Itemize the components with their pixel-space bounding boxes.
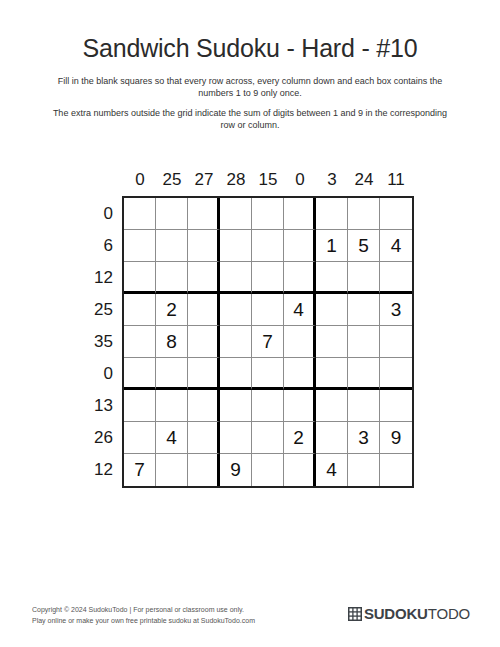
cell-r6-c6[interactable] xyxy=(284,358,316,390)
cell-r8-c7[interactable] xyxy=(316,422,348,454)
column-clue-c6: 0 xyxy=(284,169,316,190)
cell-r3-c4[interactable] xyxy=(220,262,252,294)
cell-r8-c5[interactable] xyxy=(252,422,284,454)
cell-r1-c9[interactable] xyxy=(380,198,412,230)
row-clue-r2: 6 xyxy=(90,230,122,262)
cell-r6-c7[interactable] xyxy=(316,358,348,390)
footer-copyright: Copyright © 2024 SudokuTodo | For person… xyxy=(32,605,255,616)
cell-r7-c6[interactable] xyxy=(284,390,316,422)
cell-r9-c6[interactable] xyxy=(284,454,316,486)
cell-r2-c5[interactable] xyxy=(252,230,284,262)
column-clue-c2: 25 xyxy=(156,169,188,190)
column-clue-c8: 24 xyxy=(348,169,380,190)
cell-r8-c8[interactable]: 3 xyxy=(348,422,380,454)
cell-r1-c4[interactable] xyxy=(220,198,252,230)
cell-r4-c3[interactable] xyxy=(188,294,220,326)
cell-r7-c3[interactable] xyxy=(188,390,220,422)
footer-play-online: Play online or make your own free printa… xyxy=(32,616,255,627)
cell-r5-c6[interactable] xyxy=(284,326,316,358)
cell-r5-c3[interactable] xyxy=(188,326,220,358)
cell-r7-c2[interactable] xyxy=(156,390,188,422)
instructions-line-1: Fill in the blank squares so that every … xyxy=(50,76,450,99)
cell-r6-c4[interactable] xyxy=(220,358,252,390)
cell-r7-c5[interactable] xyxy=(252,390,284,422)
column-clue-c1: 0 xyxy=(124,169,156,190)
cell-r9-c2[interactable] xyxy=(156,454,188,486)
cell-r9-c5[interactable] xyxy=(252,454,284,486)
cell-r9-c3[interactable] xyxy=(188,454,220,486)
cell-r5-c5[interactable]: 7 xyxy=(252,326,284,358)
page: Sandwich Sudoku - Hard - #10 Fill in the… xyxy=(0,0,500,647)
cell-r4-c1[interactable] xyxy=(124,294,156,326)
cell-r3-c7[interactable] xyxy=(316,262,348,294)
cell-r5-c4[interactable] xyxy=(220,326,252,358)
cell-r5-c8[interactable] xyxy=(348,326,380,358)
cell-r8-c3[interactable] xyxy=(188,422,220,454)
cell-r8-c4[interactable] xyxy=(220,422,252,454)
cell-r3-c6[interactable] xyxy=(284,262,316,294)
cell-r4-c2[interactable]: 2 xyxy=(156,294,188,326)
column-clue-c3: 27 xyxy=(188,169,220,190)
cell-r4-c6[interactable]: 4 xyxy=(284,294,316,326)
cell-r7-c4[interactable] xyxy=(220,390,252,422)
row-clue-r4: 25 xyxy=(90,294,122,326)
row-clue-r6: 0 xyxy=(90,358,122,390)
cell-r6-c8[interactable] xyxy=(348,358,380,390)
cell-r6-c9[interactable] xyxy=(380,358,412,390)
column-clue-c5: 15 xyxy=(252,169,284,190)
cell-r8-c9[interactable]: 9 xyxy=(380,422,412,454)
cell-r1-c7[interactable] xyxy=(316,198,348,230)
sudokutodo-logo: SUDOKU TODO xyxy=(348,605,470,622)
sudoku-grid: 154243874239794 xyxy=(122,196,414,488)
puzzle-title: Sandwich Sudoku - Hard - #10 xyxy=(0,34,500,63)
cell-r3-c3[interactable] xyxy=(188,262,220,294)
cell-r4-c4[interactable] xyxy=(220,294,252,326)
logo-text-sudoku: SUDOKU xyxy=(364,605,428,622)
cell-r4-c9[interactable]: 3 xyxy=(380,294,412,326)
cell-r4-c8[interactable] xyxy=(348,294,380,326)
instructions-line-2: The extra numbers outside the grid indic… xyxy=(50,108,450,131)
logo-text-todo: TODO xyxy=(428,605,470,622)
cell-r9-c4[interactable]: 9 xyxy=(220,454,252,486)
row-clues: 061225350132612 xyxy=(90,196,122,488)
cell-r2-c4[interactable] xyxy=(220,230,252,262)
cell-r1-c2[interactable] xyxy=(156,198,188,230)
cell-r5-c7[interactable] xyxy=(316,326,348,358)
cell-r5-c2[interactable]: 8 xyxy=(156,326,188,358)
cell-r1-c6[interactable] xyxy=(284,198,316,230)
cell-r9-c1[interactable]: 7 xyxy=(124,454,156,486)
cell-r7-c1[interactable] xyxy=(124,390,156,422)
cell-r1-c3[interactable] xyxy=(188,198,220,230)
cell-r3-c9[interactable] xyxy=(380,262,412,294)
cell-r4-c5[interactable] xyxy=(252,294,284,326)
row-clue-r3: 12 xyxy=(90,262,122,294)
cell-r3-c5[interactable] xyxy=(252,262,284,294)
cell-r2-c1[interactable] xyxy=(124,230,156,262)
cell-r3-c1[interactable] xyxy=(124,262,156,294)
cell-r5-c1[interactable] xyxy=(124,326,156,358)
cell-r8-c2[interactable]: 4 xyxy=(156,422,188,454)
cell-r3-c8[interactable] xyxy=(348,262,380,294)
cell-r4-c7[interactable] xyxy=(316,294,348,326)
cell-r7-c9[interactable] xyxy=(380,390,412,422)
row-clue-r8: 26 xyxy=(90,422,122,454)
cell-r2-c7[interactable]: 1 xyxy=(316,230,348,262)
cell-r6-c1[interactable] xyxy=(124,358,156,390)
cell-r2-c2[interactable] xyxy=(156,230,188,262)
column-clue-c7: 3 xyxy=(316,169,348,190)
column-clue-c4: 28 xyxy=(220,169,252,190)
cell-r2-c3[interactable] xyxy=(188,230,220,262)
column-clues: 025272815032411 xyxy=(124,169,414,190)
cell-r1-c5[interactable] xyxy=(252,198,284,230)
cell-r1-c8[interactable] xyxy=(348,198,380,230)
column-clue-c9: 11 xyxy=(380,169,412,190)
cell-r6-c3[interactable] xyxy=(188,358,220,390)
cell-r6-c2[interactable] xyxy=(156,358,188,390)
cell-r2-c8[interactable]: 5 xyxy=(348,230,380,262)
cell-r7-c7[interactable] xyxy=(316,390,348,422)
cell-r9-c8[interactable] xyxy=(348,454,380,486)
cell-r2-c6[interactable] xyxy=(284,230,316,262)
cell-r6-c5[interactable] xyxy=(252,358,284,390)
cell-r1-c1[interactable] xyxy=(124,198,156,230)
cell-r8-c6[interactable]: 2 xyxy=(284,422,316,454)
row-clue-r1: 0 xyxy=(90,198,122,230)
cell-r2-c9[interactable]: 4 xyxy=(380,230,412,262)
grid-logo-icon xyxy=(348,607,364,621)
row-clue-r7: 13 xyxy=(90,390,122,422)
cell-r8-c1[interactable] xyxy=(124,422,156,454)
row-clue-r9: 12 xyxy=(90,454,122,486)
cell-r7-c8[interactable] xyxy=(348,390,380,422)
puzzle-area: 025272815032411 061225350132612 15424387… xyxy=(90,169,414,488)
cell-r3-c2[interactable] xyxy=(156,262,188,294)
cell-r5-c9[interactable] xyxy=(380,326,412,358)
row-clue-r5: 35 xyxy=(90,326,122,358)
cell-r9-c7[interactable]: 4 xyxy=(316,454,348,486)
cell-r9-c9[interactable] xyxy=(380,454,412,486)
footer-text: Copyright © 2024 SudokuTodo | For person… xyxy=(32,605,255,626)
